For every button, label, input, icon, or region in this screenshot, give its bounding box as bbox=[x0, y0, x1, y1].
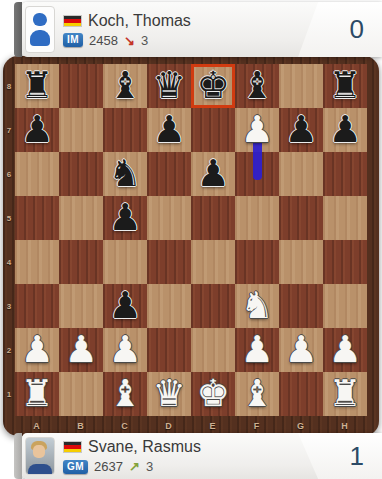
square-f1[interactable]: ♝ bbox=[235, 372, 279, 416]
square-a2[interactable]: ♟ bbox=[15, 328, 59, 372]
square-c4[interactable] bbox=[103, 240, 147, 284]
square-d8[interactable]: ♛ bbox=[147, 64, 191, 108]
square-d1[interactable]: ♛ bbox=[147, 372, 191, 416]
piece-black-king[interactable]: ♚ bbox=[191, 64, 235, 108]
square-f8[interactable]: ♝ bbox=[235, 64, 279, 108]
piece-white-queen[interactable]: ♛ bbox=[147, 372, 191, 416]
square-e2[interactable] bbox=[191, 328, 235, 372]
square-a8[interactable]: ♜ bbox=[15, 64, 59, 108]
square-e7[interactable] bbox=[191, 108, 235, 152]
chess-board: 87654321 ♜♝♛♚♝♜♟♟♟♟♟♞♟♟♟♞♟♟♟♟♟♟♜♝♛♚♝♜ AB… bbox=[3, 56, 379, 436]
piece-black-rook[interactable]: ♜ bbox=[15, 64, 59, 108]
square-b7[interactable] bbox=[59, 108, 103, 152]
bottom-player-rating: 2637 bbox=[94, 459, 123, 474]
top-player-score: 0 bbox=[350, 14, 364, 45]
square-g7[interactable]: ♟ bbox=[279, 108, 323, 152]
square-g1[interactable] bbox=[279, 372, 323, 416]
square-g5[interactable] bbox=[279, 196, 323, 240]
square-h3[interactable] bbox=[323, 284, 367, 328]
rank-label-7: 7 bbox=[3, 108, 15, 152]
bottom-player-bar[interactable]: Svane, Rasmus GM 2637 ↗ 3 1 bbox=[22, 433, 382, 479]
germany-flag-icon bbox=[63, 441, 82, 453]
piece-white-rook[interactable]: ♜ bbox=[15, 372, 59, 416]
avatar-silhouette-icon bbox=[33, 13, 47, 26]
rank-label-1: 1 bbox=[3, 372, 15, 416]
square-h7[interactable]: ♟ bbox=[323, 108, 367, 152]
square-b4[interactable] bbox=[59, 240, 103, 284]
piece-white-pawn[interactable]: ♟ bbox=[279, 328, 323, 372]
square-c2[interactable]: ♟ bbox=[103, 328, 147, 372]
square-e6[interactable]: ♟ bbox=[191, 152, 235, 196]
square-a5[interactable] bbox=[15, 196, 59, 240]
square-d2[interactable] bbox=[147, 328, 191, 372]
square-h1[interactable]: ♜ bbox=[323, 372, 367, 416]
square-a7[interactable]: ♟ bbox=[15, 108, 59, 152]
top-player-avatar bbox=[25, 6, 55, 53]
square-g3[interactable] bbox=[279, 284, 323, 328]
top-player-rating: 2458 bbox=[89, 33, 118, 48]
rank-label-8: 8 bbox=[3, 64, 15, 108]
square-c5[interactable]: ♟ bbox=[103, 196, 147, 240]
square-b2[interactable]: ♟ bbox=[59, 328, 103, 372]
top-rating-trend: 3 bbox=[141, 33, 148, 48]
top-score-area: 0 bbox=[298, 2, 382, 57]
rank-labels: 87654321 bbox=[3, 64, 15, 416]
square-a3[interactable] bbox=[15, 284, 59, 328]
piece-white-bishop[interactable]: ♝ bbox=[103, 372, 147, 416]
square-c1[interactable]: ♝ bbox=[103, 372, 147, 416]
piece-white-pawn[interactable]: ♟ bbox=[323, 328, 367, 372]
board-grid: ♜♝♛♚♝♜♟♟♟♟♟♞♟♟♟♞♟♟♟♟♟♟♜♝♛♚♝♜ bbox=[15, 64, 367, 416]
piece-white-rook[interactable]: ♜ bbox=[323, 372, 367, 416]
square-a6[interactable] bbox=[15, 152, 59, 196]
square-d5[interactable] bbox=[147, 196, 191, 240]
square-g2[interactable]: ♟ bbox=[279, 328, 323, 372]
top-bar-handle[interactable] bbox=[14, 2, 22, 57]
square-e4[interactable] bbox=[191, 240, 235, 284]
square-e5[interactable] bbox=[191, 196, 235, 240]
square-e8[interactable]: ♚ bbox=[191, 64, 235, 108]
piece-black-pawn[interactable]: ♟ bbox=[147, 108, 191, 152]
square-b3[interactable] bbox=[59, 284, 103, 328]
piece-white-knight[interactable]: ♞ bbox=[235, 284, 279, 328]
bottom-title-badge: GM bbox=[63, 460, 88, 474]
piece-black-pawn[interactable]: ♟ bbox=[15, 108, 59, 152]
piece-white-pawn[interactable]: ♟ bbox=[59, 328, 103, 372]
square-c6[interactable]: ♞ bbox=[103, 152, 147, 196]
square-e3[interactable] bbox=[191, 284, 235, 328]
piece-black-pawn[interactable]: ♟ bbox=[323, 108, 367, 152]
rating-up-arrow-icon: ↗ bbox=[129, 459, 140, 474]
square-a1[interactable]: ♜ bbox=[15, 372, 59, 416]
piece-white-pawn[interactable]: ♟ bbox=[235, 108, 279, 152]
rank-label-5: 5 bbox=[3, 196, 15, 240]
piece-white-king[interactable]: ♚ bbox=[191, 372, 235, 416]
square-d7[interactable]: ♟ bbox=[147, 108, 191, 152]
piece-white-pawn[interactable]: ♟ bbox=[103, 328, 147, 372]
top-player-name: Koch, Thomas bbox=[88, 12, 191, 30]
square-b8[interactable] bbox=[59, 64, 103, 108]
square-f7[interactable]: ♟ bbox=[235, 108, 279, 152]
square-h5[interactable] bbox=[323, 196, 367, 240]
bottom-rating-trend: 3 bbox=[146, 459, 153, 474]
rank-label-2: 2 bbox=[3, 328, 15, 372]
bottom-player-avatar bbox=[25, 437, 55, 475]
bottom-bar-handle[interactable] bbox=[14, 433, 22, 479]
square-h2[interactable]: ♟ bbox=[323, 328, 367, 372]
piece-black-pawn[interactable]: ♟ bbox=[279, 108, 323, 152]
square-f3[interactable]: ♞ bbox=[235, 284, 279, 328]
game-viewer: Koch, Thomas IM 2458 ↘ 3 0 87654321 ♜♝♛♚… bbox=[0, 0, 382, 479]
rank-label-4: 4 bbox=[3, 240, 15, 284]
bottom-player-name: Svane, Rasmus bbox=[88, 438, 201, 456]
piece-black-bishop[interactable]: ♝ bbox=[103, 64, 147, 108]
top-player-bar[interactable]: Koch, Thomas IM 2458 ↘ 3 0 bbox=[22, 2, 382, 57]
piece-black-queen[interactable]: ♛ bbox=[147, 64, 191, 108]
piece-black-pawn[interactable]: ♟ bbox=[103, 284, 147, 328]
germany-flag-icon bbox=[63, 15, 82, 27]
square-f5[interactable] bbox=[235, 196, 279, 240]
square-e1[interactable]: ♚ bbox=[191, 372, 235, 416]
rank-label-3: 3 bbox=[3, 284, 15, 328]
square-c7[interactable] bbox=[103, 108, 147, 152]
square-f2[interactable]: ♟ bbox=[235, 328, 279, 372]
piece-black-pawn[interactable]: ♟ bbox=[191, 152, 235, 196]
piece-black-pawn[interactable]: ♟ bbox=[103, 196, 147, 240]
square-d3[interactable] bbox=[147, 284, 191, 328]
square-h8[interactable]: ♜ bbox=[323, 64, 367, 108]
piece-black-knight[interactable]: ♞ bbox=[103, 152, 147, 196]
square-d6[interactable] bbox=[147, 152, 191, 196]
square-h4[interactable] bbox=[323, 240, 367, 284]
square-b6[interactable] bbox=[59, 152, 103, 196]
square-g4[interactable] bbox=[279, 240, 323, 284]
square-b1[interactable] bbox=[59, 372, 103, 416]
square-d4[interactable] bbox=[147, 240, 191, 284]
rating-down-arrow-icon: ↘ bbox=[124, 33, 135, 48]
piece-black-rook[interactable]: ♜ bbox=[323, 64, 367, 108]
bottom-player-score: 1 bbox=[350, 441, 364, 472]
square-c8[interactable]: ♝ bbox=[103, 64, 147, 108]
square-h6[interactable] bbox=[323, 152, 367, 196]
rank-label-6: 6 bbox=[3, 152, 15, 196]
square-f4[interactable] bbox=[235, 240, 279, 284]
top-title-badge: IM bbox=[63, 33, 83, 47]
bottom-score-area: 1 bbox=[298, 433, 382, 479]
square-c3[interactable]: ♟ bbox=[103, 284, 147, 328]
piece-black-bishop[interactable]: ♝ bbox=[235, 64, 279, 108]
square-g6[interactable] bbox=[279, 152, 323, 196]
piece-white-pawn[interactable]: ♟ bbox=[235, 328, 279, 372]
piece-white-pawn[interactable]: ♟ bbox=[15, 328, 59, 372]
square-g8[interactable] bbox=[279, 64, 323, 108]
piece-white-bishop[interactable]: ♝ bbox=[235, 372, 279, 416]
square-a4[interactable] bbox=[15, 240, 59, 284]
square-b5[interactable] bbox=[59, 196, 103, 240]
